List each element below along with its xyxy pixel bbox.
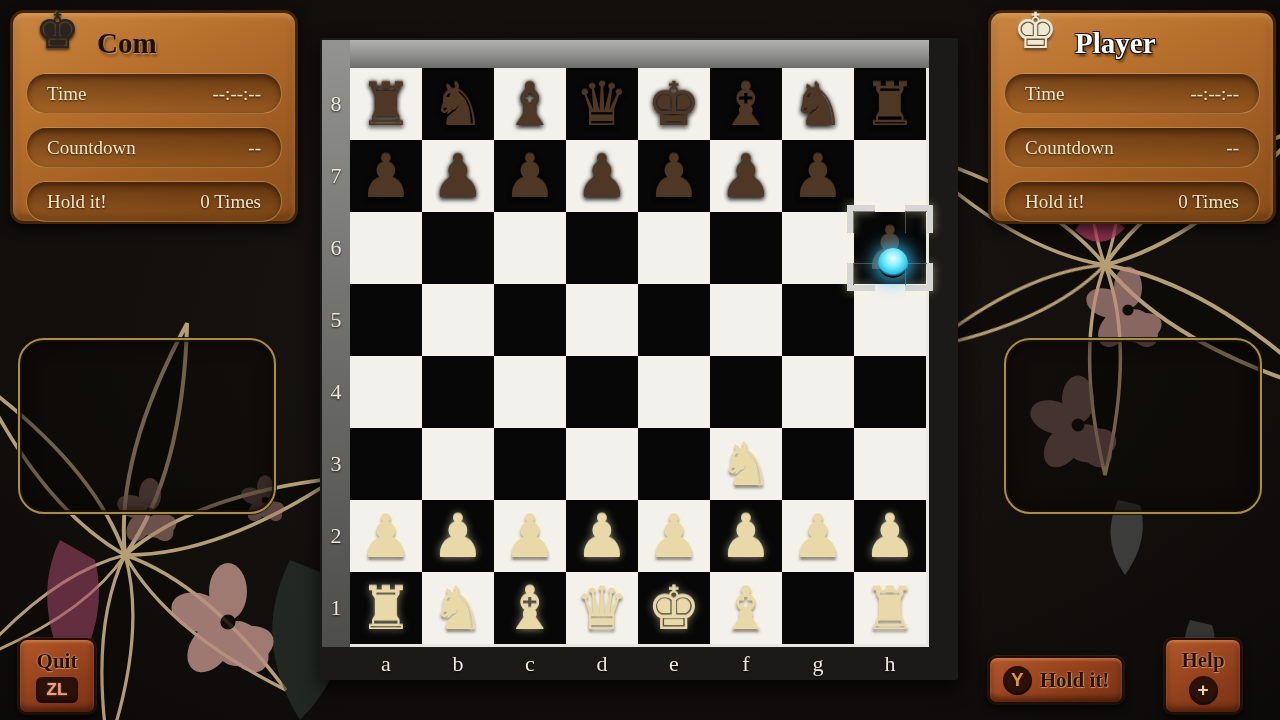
square-g3[interactable] [782,428,854,500]
square-g2[interactable]: ♟ [782,500,854,572]
square-a2[interactable]: ♟ [350,500,422,572]
file-label-d: d [566,649,638,679]
square-c3[interactable] [494,428,566,500]
black-pawn[interactable]: ♟ [494,140,566,212]
captured-pieces-tray-left [18,338,276,514]
square-h6[interactable]: ♟ [854,212,926,284]
white-rook[interactable]: ♜ [854,572,926,644]
player-holdit-label: Hold it! [1025,191,1085,213]
square-e5[interactable] [638,284,710,356]
square-e8[interactable]: ♚ [638,68,710,140]
white-pawn[interactable]: ♟ [638,500,710,572]
white-rook[interactable]: ♜ [350,572,422,644]
quit-button[interactable]: Quit ZL [18,638,96,714]
square-f6[interactable] [710,212,782,284]
square-a4[interactable] [350,356,422,428]
square-g5[interactable] [782,284,854,356]
black-pawn[interactable]: ♟ [782,140,854,212]
square-g8[interactable]: ♞ [782,68,854,140]
com-time-label: Time [47,83,86,105]
square-d6[interactable] [566,212,638,284]
square-g6[interactable] [782,212,854,284]
square-e7[interactable]: ♟ [638,140,710,212]
black-king[interactable]: ♚ [638,68,710,140]
square-d2[interactable]: ♟ [566,500,638,572]
square-g7[interactable]: ♟ [782,140,854,212]
square-c2[interactable]: ♟ [494,500,566,572]
square-a7[interactable]: ♟ [350,140,422,212]
square-b5[interactable] [422,284,494,356]
square-c1[interactable]: ♝ [494,572,566,644]
black-pawn[interactable]: ♟ [710,140,782,212]
white-pawn[interactable]: ♟ [350,500,422,572]
white-pawn[interactable]: ♟ [566,500,638,572]
white-king[interactable]: ♚ [638,572,710,644]
rank-label-2: 2 [322,500,350,572]
chess-board-panel: 87654321 ♜♞♝♛♚♝♞♜♟♟♟♟♟♟♟♟♞♟♟♟♟♟♟♟♟♜♞♝♛♚♝… [320,38,958,680]
white-chess-piece-icon: ♚ [1013,3,1058,59]
square-d7[interactable]: ♟ [566,140,638,212]
player-title: Player [1075,27,1156,60]
rank-label-5: 5 [322,284,350,356]
com-info-panel: ♚ Com Time --:--:-- Countdown -- Hold it… [10,10,298,224]
player-time-label: Time [1025,83,1064,105]
square-d4[interactable] [566,356,638,428]
file-label-h: h [854,649,926,679]
black-queen[interactable]: ♛ [566,68,638,140]
plus-key-icon: + [1189,676,1218,705]
square-g1[interactable] [782,572,854,644]
square-h4[interactable] [854,356,926,428]
square-h1[interactable]: ♜ [854,572,926,644]
rank-label-8: 8 [322,68,350,140]
square-f2[interactable]: ♟ [710,500,782,572]
chess-board: ♜♞♝♛♚♝♞♜♟♟♟♟♟♟♟♟♞♟♟♟♟♟♟♟♟♜♞♝♛♚♝♜ [350,68,929,647]
file-labels: abcdefgh [350,649,926,679]
move-indicator-orb [878,248,908,278]
square-b4[interactable] [422,356,494,428]
square-b2[interactable]: ♟ [422,500,494,572]
square-a1[interactable]: ♜ [350,572,422,644]
square-c6[interactable] [494,212,566,284]
rank-label-4: 4 [322,356,350,428]
square-f7[interactable]: ♟ [710,140,782,212]
com-holdit-value: 0 Times [200,191,261,213]
square-h3[interactable] [854,428,926,500]
player-countdown-value: -- [1226,137,1239,159]
cursor-corner-bl [847,263,875,291]
white-pawn[interactable]: ♟ [710,500,782,572]
com-panel-header: ♚ Com [13,19,295,67]
square-b8[interactable]: ♞ [422,68,494,140]
cursor-corner-tl [847,205,875,233]
square-f1[interactable]: ♝ [710,572,782,644]
black-pawn[interactable]: ♟ [566,140,638,212]
black-bishop[interactable]: ♝ [494,68,566,140]
cursor-corner-tr [905,205,933,233]
player-time-row: Time --:--:-- [1004,73,1260,114]
white-bishop[interactable]: ♝ [710,572,782,644]
white-bishop[interactable]: ♝ [494,572,566,644]
com-title: Com [97,27,157,60]
square-e1[interactable]: ♚ [638,572,710,644]
y-key-icon: Y [1003,666,1032,695]
square-e2[interactable]: ♟ [638,500,710,572]
square-c4[interactable] [494,356,566,428]
black-bishop[interactable]: ♝ [710,68,782,140]
player-countdown-row: Countdown -- [1004,127,1260,168]
com-countdown-value: -- [248,137,261,159]
square-e3[interactable] [638,428,710,500]
square-a8[interactable]: ♜ [350,68,422,140]
player-holdit-row: Hold it! 0 Times [1004,181,1260,222]
square-d8[interactable]: ♛ [566,68,638,140]
square-e6[interactable] [638,212,710,284]
square-b7[interactable]: ♟ [422,140,494,212]
square-f8[interactable]: ♝ [710,68,782,140]
square-g4[interactable] [782,356,854,428]
black-rook[interactable]: ♜ [350,68,422,140]
square-f3[interactable]: ♞ [710,428,782,500]
cursor-corner-br [905,263,933,291]
com-holdit-row: Hold it! 0 Times [26,181,282,222]
captured-pieces-tray-right [1004,338,1262,514]
file-label-g: g [782,649,854,679]
square-b6[interactable] [422,212,494,284]
help-button-label: Help [1181,648,1224,673]
black-pawn[interactable]: ♟ [422,140,494,212]
black-knight[interactable]: ♞ [782,68,854,140]
square-a5[interactable] [350,284,422,356]
player-holdit-value: 0 Times [1178,191,1239,213]
black-chess-piece-icon: ♚ [35,3,80,59]
rank-labels: 87654321 [322,68,350,644]
rank-label-7: 7 [322,140,350,212]
com-holdit-label: Hold it! [47,191,107,213]
com-countdown-label: Countdown [47,137,136,159]
file-label-b: b [422,649,494,679]
player-time-value: --:--:-- [1190,83,1239,105]
black-knight[interactable]: ♞ [422,68,494,140]
square-f5[interactable] [710,284,782,356]
com-time-value: --:--:-- [212,83,261,105]
hold-it-button[interactable]: Y Hold it! [988,656,1124,704]
rank-label-6: 6 [322,212,350,284]
black-pawn[interactable]: ♟ [350,140,422,212]
white-knight[interactable]: ♞ [710,428,782,500]
hold-it-button-label: Hold it! [1040,668,1109,693]
rank-label-1: 1 [322,572,350,644]
square-f4[interactable] [710,356,782,428]
player-countdown-label: Countdown [1025,137,1114,159]
zl-key-icon: ZL [36,677,78,703]
square-a3[interactable] [350,428,422,500]
square-e4[interactable] [638,356,710,428]
black-pawn[interactable]: ♟ [638,140,710,212]
white-queen[interactable]: ♛ [566,572,638,644]
player-panel-header: ♚ Player [991,19,1273,67]
square-d5[interactable] [566,284,638,356]
file-label-c: c [494,649,566,679]
square-c5[interactable] [494,284,566,356]
rank-label-3: 3 [322,428,350,500]
file-label-e: e [638,649,710,679]
black-rook[interactable]: ♜ [854,68,926,140]
quit-button-label: Quit [37,649,78,674]
square-a6[interactable] [350,212,422,284]
file-label-f: f [710,649,782,679]
square-h8[interactable]: ♜ [854,68,926,140]
square-h7[interactable] [854,140,926,212]
square-d1[interactable]: ♛ [566,572,638,644]
square-c7[interactable]: ♟ [494,140,566,212]
square-d3[interactable] [566,428,638,500]
com-time-row: Time --:--:-- [26,73,282,114]
square-c8[interactable]: ♝ [494,68,566,140]
player-info-panel: ♚ Player Time --:--:-- Countdown -- Hold… [988,10,1276,224]
board-frame-top [322,40,929,68]
white-pawn[interactable]: ♟ [422,500,494,572]
square-h5[interactable] [854,284,926,356]
file-label-a: a [350,649,422,679]
square-b3[interactable] [422,428,494,500]
square-h2[interactable]: ♟ [854,500,926,572]
white-pawn[interactable]: ♟ [854,500,926,572]
white-knight[interactable]: ♞ [422,572,494,644]
com-countdown-row: Countdown -- [26,127,282,168]
white-pawn[interactable]: ♟ [494,500,566,572]
white-pawn[interactable]: ♟ [782,500,854,572]
square-b1[interactable]: ♞ [422,572,494,644]
help-button[interactable]: Help + [1164,638,1242,714]
